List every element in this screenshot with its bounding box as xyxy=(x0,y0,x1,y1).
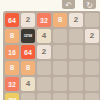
empty-cell-r6c5 xyxy=(69,93,83,100)
tile-value: 16 xyxy=(8,49,16,56)
empty-cell-r5c4 xyxy=(53,77,67,91)
tile-value: 64 xyxy=(24,49,32,56)
empty-cell-r5c5 xyxy=(69,77,83,91)
empty-cell-r3c6 xyxy=(85,45,99,59)
empty-cell-r1c6 xyxy=(85,13,99,27)
tile-value: 32768 xyxy=(24,34,32,37)
tile-8-r1c4: 8 xyxy=(53,13,67,27)
tile-value: 2 xyxy=(42,48,46,56)
tile-32768-r2c2: 32768 xyxy=(21,29,35,43)
tile-32-r1c3: 32 xyxy=(37,13,51,27)
tile-4-r2c3: 4 xyxy=(37,29,51,43)
tile-32-r5c1: 32 xyxy=(5,77,19,91)
tile-value: 4 xyxy=(26,80,30,88)
empty-cell-r5c6 xyxy=(85,77,99,91)
tile-value: 8 xyxy=(26,64,30,72)
tile-value: 32 xyxy=(40,17,48,24)
tile-2-r1c5: 2 xyxy=(69,13,83,27)
tile-8-r4c2: 8 xyxy=(21,61,35,75)
empty-cell-r4c4 xyxy=(53,61,67,75)
empty-cell-r5c3 xyxy=(37,77,51,91)
tile-value: 2 xyxy=(74,16,78,24)
tile-64-r1c1: 64 xyxy=(5,13,19,27)
empty-cell-r4c6 xyxy=(85,61,99,75)
new-game-button[interactable]: ↻ xyxy=(83,0,96,9)
empty-cell-r3c5 xyxy=(69,45,83,59)
empty-cell-r6c4 xyxy=(53,93,67,100)
tile-value: 256 xyxy=(8,97,17,100)
tile-2-r3c3: 2 xyxy=(37,45,51,59)
tile-4-r5c2: 4 xyxy=(21,77,35,91)
empty-cell-r3c4 xyxy=(53,45,67,59)
board-grid[interactable]: 6423282832768421664288324256 xyxy=(3,11,100,100)
tile-value: 64 xyxy=(8,17,16,24)
empty-cell-r6c2 xyxy=(21,93,35,100)
tile-value: 32 xyxy=(8,81,16,88)
tile-8-r4c1: 8 xyxy=(5,61,19,75)
empty-cell-r2c4 xyxy=(53,29,67,43)
empty-cell-r4c5 xyxy=(69,61,83,75)
tile-value: 4 xyxy=(42,32,46,40)
empty-cell-r6c3 xyxy=(37,93,51,100)
tile-2-r2c6: 2 xyxy=(85,29,99,43)
tile-2-r1c2: 2 xyxy=(21,13,35,27)
tile-16-r3c1: 16 xyxy=(5,45,19,59)
tile-256-r6c1: 256 xyxy=(5,93,19,100)
tile-value: 8 xyxy=(10,64,14,72)
empty-cell-r6c6 xyxy=(85,93,99,100)
empty-cell-r4c3 xyxy=(37,61,51,75)
tile-value: 2 xyxy=(90,32,94,40)
tile-8-r2c1: 8 xyxy=(5,29,19,43)
empty-cell-r2c5 xyxy=(69,29,83,43)
tile-value: 2 xyxy=(26,16,30,24)
undo-icon: ↶ xyxy=(65,0,72,9)
undo-button[interactable]: ↶ xyxy=(62,0,75,9)
tile-value: 8 xyxy=(10,32,14,40)
tile-64-r3c2: 64 xyxy=(21,45,35,59)
refresh-icon: ↻ xyxy=(86,0,93,9)
tile-value: 8 xyxy=(58,16,62,24)
